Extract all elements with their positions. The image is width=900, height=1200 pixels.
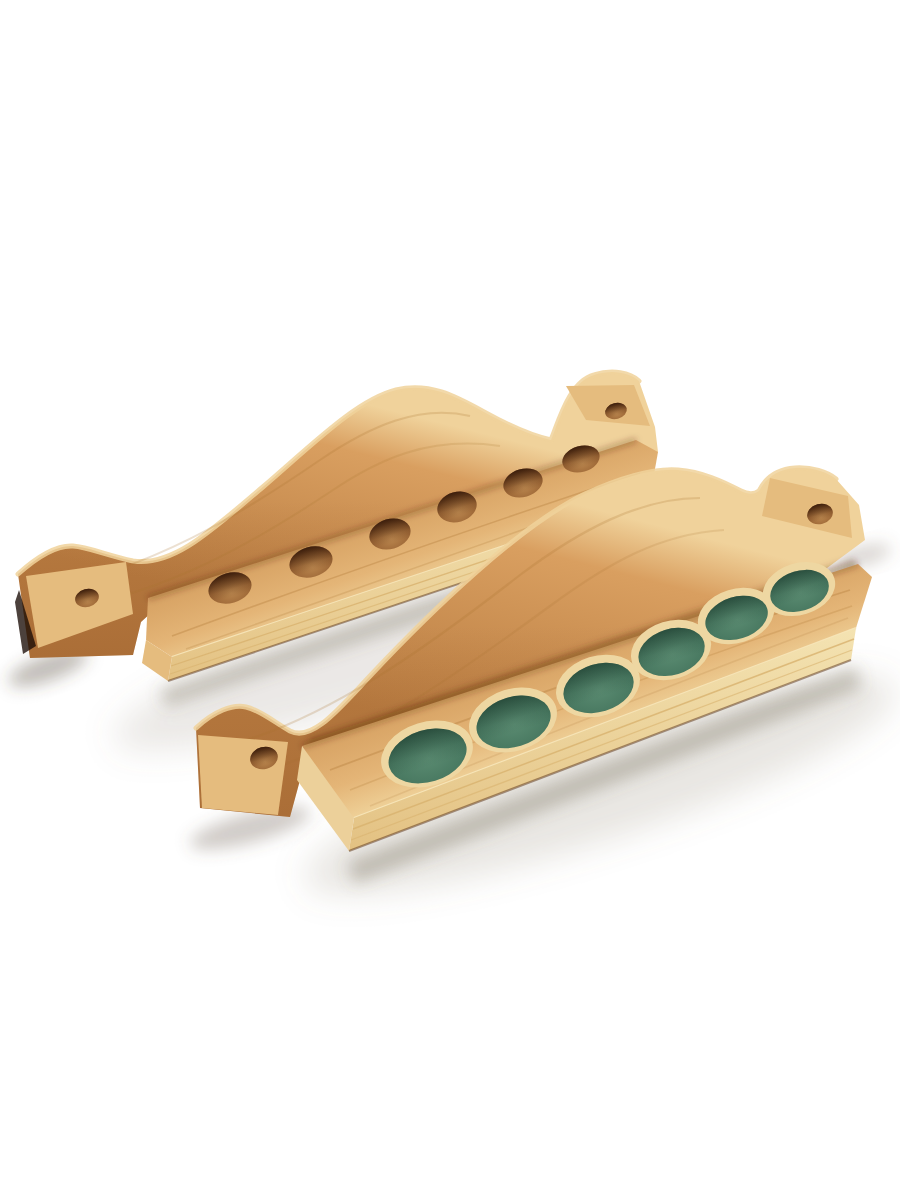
product-photo-cue-racks (0, 0, 900, 1200)
mount-tab-face-left (198, 735, 288, 815)
photo-stage (0, 0, 900, 1200)
